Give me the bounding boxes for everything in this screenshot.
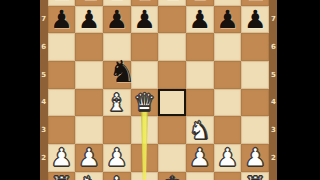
- square-g4[interactable]: [214, 89, 242, 117]
- rank-label-2: 2: [40, 154, 48, 162]
- black-knight-icon[interactable]: ♞: [78, 0, 100, 4]
- square-g6[interactable]: [214, 33, 242, 61]
- black-pawn-icon[interactable]: ♟: [106, 7, 128, 32]
- black-bishop-icon[interactable]: ♝: [189, 0, 211, 4]
- white-rook-icon[interactable]: ♜: [244, 173, 266, 180]
- video-frame: ♜♞♝♛♚♝♜♟♟♟♟♟♟♟♞♝♛♞♟♟♟♟♟♟♜♞♝♚♜ 7654327654…: [0, 0, 320, 180]
- black-queen-icon[interactable]: ♛: [133, 0, 155, 4]
- black-knight-icon[interactable]: ♞: [108, 57, 135, 88]
- square-g7[interactable]: ♟: [214, 6, 242, 34]
- square-a6[interactable]: [48, 33, 76, 61]
- white-pawn-icon[interactable]: ♟: [244, 145, 266, 170]
- black-pawn-icon[interactable]: ♟: [189, 7, 211, 32]
- rank-label-4: 4: [269, 98, 277, 106]
- square-h1[interactable]: ♜: [241, 172, 269, 180]
- square-a4[interactable]: [48, 89, 76, 117]
- rank-label-2: 2: [269, 154, 277, 162]
- square-h7[interactable]: ♟: [241, 6, 269, 34]
- square-e2[interactable]: [158, 144, 186, 172]
- square-e7[interactable]: [158, 6, 186, 34]
- white-pawn-icon[interactable]: ♟: [216, 145, 238, 170]
- black-rook-icon[interactable]: ♜: [50, 0, 72, 4]
- square-f4[interactable]: [186, 89, 214, 117]
- square-c7[interactable]: ♟: [103, 6, 131, 34]
- square-d7[interactable]: ♟: [131, 6, 159, 34]
- square-f1[interactable]: [186, 172, 214, 180]
- rank-label-6: 6: [269, 43, 277, 51]
- black-pawn-icon[interactable]: ♟: [50, 7, 72, 32]
- square-h4[interactable]: [241, 89, 269, 117]
- white-king-icon[interactable]: ♚: [161, 173, 183, 180]
- white-queen-icon[interactable]: ♛: [133, 90, 155, 115]
- square-g2[interactable]: ♟: [214, 144, 242, 172]
- rank-label-5: 5: [40, 71, 48, 79]
- square-h2[interactable]: ♟: [241, 144, 269, 172]
- square-c2[interactable]: ♟: [103, 144, 131, 172]
- rank-label-3: 3: [40, 126, 48, 134]
- black-pawn-icon[interactable]: ♟: [216, 7, 238, 32]
- rank-label-7: 7: [269, 15, 277, 23]
- square-f5[interactable]: [186, 61, 214, 89]
- rank-label-4: 4: [40, 98, 48, 106]
- rank-label-7: 7: [40, 15, 48, 23]
- black-rook-icon[interactable]: ♜: [244, 0, 266, 4]
- square-b6[interactable]: [75, 33, 103, 61]
- white-knight-icon[interactable]: ♞: [78, 173, 100, 180]
- square-f7[interactable]: ♟: [186, 6, 214, 34]
- white-rook-icon[interactable]: ♜: [50, 173, 72, 180]
- square-f3[interactable]: ♞: [186, 116, 214, 144]
- square-g1[interactable]: [214, 172, 242, 180]
- white-knight-icon[interactable]: ♞: [189, 118, 211, 143]
- square-c4[interactable]: ♝: [103, 89, 131, 117]
- black-pawn-icon[interactable]: ♟: [244, 7, 266, 32]
- square-e5[interactable]: [158, 61, 186, 89]
- square-h5[interactable]: [241, 61, 269, 89]
- square-a1[interactable]: ♜: [48, 172, 76, 180]
- square-c1[interactable]: ♝: [103, 172, 131, 180]
- square-b1[interactable]: ♞: [75, 172, 103, 180]
- white-bishop-icon[interactable]: ♝: [106, 173, 128, 180]
- square-f6[interactable]: [186, 33, 214, 61]
- white-pawn-icon[interactable]: ♟: [50, 145, 72, 170]
- square-a2[interactable]: ♟: [48, 144, 76, 172]
- square-e1[interactable]: ♚: [158, 172, 186, 180]
- square-h3[interactable]: [241, 116, 269, 144]
- square-e8[interactable]: ♚: [158, 0, 186, 6]
- square-b5[interactable]: [75, 61, 103, 89]
- square-b2[interactable]: ♟: [75, 144, 103, 172]
- square-h6[interactable]: [241, 33, 269, 61]
- square-c3[interactable]: [103, 116, 131, 144]
- square-a3[interactable]: [48, 116, 76, 144]
- white-pawn-icon[interactable]: ♟: [189, 145, 211, 170]
- black-pawn-icon[interactable]: ♟: [78, 7, 100, 32]
- white-pawn-icon[interactable]: ♟: [78, 145, 100, 170]
- square-g3[interactable]: [214, 116, 242, 144]
- rank-label-5: 5: [269, 71, 277, 79]
- square-a7[interactable]: ♟: [48, 6, 76, 34]
- highlight-square-e4: [158, 89, 186, 117]
- square-g5[interactable]: [214, 61, 242, 89]
- square-b7[interactable]: ♟: [75, 6, 103, 34]
- square-c5[interactable]: ♞: [103, 61, 131, 89]
- white-bishop-icon[interactable]: ♝: [106, 90, 128, 115]
- rank-label-6: 6: [40, 43, 48, 51]
- square-e3[interactable]: [158, 116, 186, 144]
- rank-label-3: 3: [269, 126, 277, 134]
- black-pawn-icon[interactable]: ♟: [133, 7, 155, 32]
- black-bishop-icon[interactable]: ♝: [106, 0, 128, 4]
- white-pawn-icon[interactable]: ♟: [106, 145, 128, 170]
- square-f2[interactable]: ♟: [186, 144, 214, 172]
- square-b4[interactable]: [75, 89, 103, 117]
- square-e6[interactable]: [158, 33, 186, 61]
- square-a5[interactable]: [48, 61, 76, 89]
- chess-board: ♜♞♝♛♚♝♜♟♟♟♟♟♟♟♞♝♛♞♟♟♟♟♟♟♜♞♝♚♜: [48, 0, 270, 180]
- square-d4[interactable]: ♛: [131, 89, 159, 117]
- black-king-icon[interactable]: ♚: [161, 0, 183, 4]
- square-b3[interactable]: [75, 116, 103, 144]
